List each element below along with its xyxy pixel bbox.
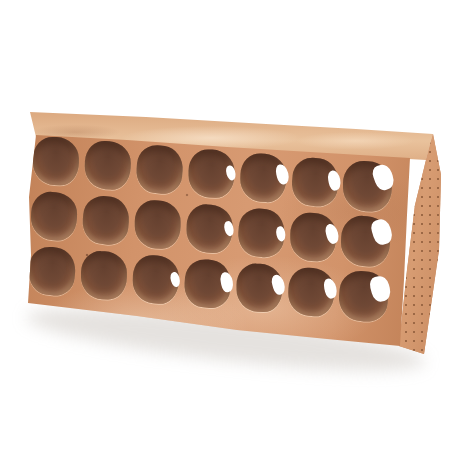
perforation-hole-r3c6 [288, 266, 336, 318]
perforation-hole-r3c7 [337, 268, 390, 324]
perforation-hole-r3c4 [183, 256, 233, 310]
perforation-hole-r2c4 [186, 202, 234, 254]
through-hole-light [368, 217, 394, 246]
perforation-grid [25, 131, 394, 325]
perforation-hole-r3c3 [132, 253, 180, 305]
through-hole-light [224, 164, 237, 181]
perforation-hole-r2c7 [340, 214, 391, 268]
perforation-hole-r2c1 [30, 190, 78, 242]
photo-scene [0, 0, 458, 458]
perforation-hole-r2c2 [81, 193, 131, 247]
through-hole-light [324, 222, 341, 244]
through-hole-light [275, 226, 287, 242]
perforation-hole-r1c4 [189, 148, 235, 198]
perforation-hole-r1c7 [343, 159, 392, 211]
through-hole-light [169, 271, 182, 288]
perforation-hole-r2c5 [236, 205, 286, 259]
perforation-hole-r3c2 [81, 250, 127, 300]
perforation-hole-r1c5 [240, 151, 288, 203]
through-hole-light [219, 270, 235, 292]
through-hole-light [327, 169, 343, 191]
perforation-hole-r1c2 [84, 139, 132, 191]
perforation-hole-r1c1 [33, 135, 79, 185]
through-hole-light [370, 161, 396, 191]
through-hole-light [322, 278, 338, 300]
perforation-hole-r1c6 [290, 155, 340, 209]
perforation-hole-r1c3 [135, 142, 185, 196]
through-hole-light [274, 163, 290, 185]
perforation-hole-r2c6 [290, 211, 336, 261]
perforation-hole-r3c5 [236, 262, 282, 312]
through-hole-light [223, 220, 236, 237]
through-hole-light [270, 273, 287, 295]
through-hole-light [367, 274, 392, 303]
perforation-hole-r3c1 [27, 244, 77, 298]
perforation-hole-r2c3 [135, 199, 181, 249]
